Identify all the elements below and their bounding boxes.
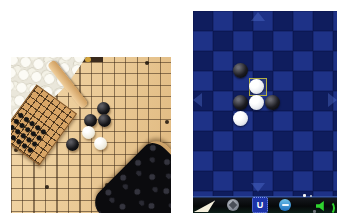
board-cell[interactable]: [273, 51, 293, 71]
board-cell[interactable]: [213, 91, 233, 111]
board-button[interactable]: U: [252, 197, 268, 213]
star-point: [45, 185, 49, 189]
board-cell[interactable]: [193, 71, 213, 91]
white-stone: [249, 79, 264, 94]
board-cell[interactable]: [313, 111, 333, 131]
board-cell[interactable]: [273, 171, 293, 191]
board-cell[interactable]: [313, 171, 333, 191]
board-cell[interactable]: [293, 111, 313, 131]
board-cell[interactable]: [273, 31, 293, 51]
black-go-stone: [98, 114, 111, 127]
gold-clasp: [85, 57, 91, 62]
board-cell[interactable]: [293, 131, 313, 151]
scroll-down-arrow-icon[interactable]: [251, 183, 265, 192]
black-stone: [233, 95, 248, 110]
gomoku-app-screenshot: U: [193, 11, 337, 213]
white-go-stone: [94, 137, 107, 150]
speaker-wave-icon: [324, 201, 335, 213]
board-cell[interactable]: [273, 151, 293, 171]
black-go-stone: [66, 138, 79, 151]
compass-button[interactable]: [227, 199, 239, 211]
star-point: [145, 61, 149, 65]
board-cell[interactable]: [333, 131, 337, 151]
white-stone: [249, 95, 264, 110]
board-cell[interactable]: [213, 11, 233, 31]
board-cell[interactable]: [293, 71, 313, 91]
board-cell[interactable]: [333, 151, 337, 171]
board-cell[interactable]: [233, 131, 253, 151]
board-cell[interactable]: [233, 11, 253, 31]
board-cell[interactable]: [313, 31, 333, 51]
board-cell[interactable]: [193, 51, 213, 71]
board-cell[interactable]: [333, 11, 337, 31]
diamond-icon: [229, 201, 237, 209]
status-dot: [313, 210, 316, 213]
star-point: [165, 120, 169, 124]
board-cell[interactable]: [193, 111, 213, 131]
board-cell[interactable]: [213, 51, 233, 71]
board-cell[interactable]: [313, 11, 333, 31]
board-cell[interactable]: [253, 151, 273, 171]
board-cell[interactable]: [333, 51, 337, 71]
board-cell[interactable]: [273, 11, 293, 31]
scroll-right-arrow-icon[interactable]: [328, 93, 337, 107]
board-cell[interactable]: [333, 71, 337, 91]
scroll-left-arrow-icon[interactable]: [193, 93, 202, 107]
board-cell[interactable]: [193, 171, 213, 191]
gomoku-board[interactable]: [193, 11, 337, 196]
board-cell[interactable]: [293, 51, 313, 71]
board-cell[interactable]: [253, 131, 273, 151]
board-cell[interactable]: [273, 71, 293, 91]
black-stone: [233, 63, 248, 78]
screenshot-canvas: U: [0, 0, 339, 223]
board-cell[interactable]: [313, 51, 333, 71]
board-cell[interactable]: [193, 151, 213, 171]
board-cell[interactable]: [333, 111, 337, 131]
board-cell[interactable]: [273, 111, 293, 131]
board-cell[interactable]: [213, 71, 233, 91]
board-cell[interactable]: [233, 171, 253, 191]
board-cell[interactable]: [193, 11, 213, 31]
board-cell[interactable]: [333, 171, 337, 191]
board-cell[interactable]: [273, 131, 293, 151]
board-cell[interactable]: [313, 131, 333, 151]
status-dot: [303, 194, 306, 197]
status-dot: [310, 195, 312, 197]
board-cell[interactable]: [293, 11, 313, 31]
scroll-up-arrow-icon[interactable]: [251, 12, 265, 21]
board-cell[interactable]: [193, 131, 213, 151]
board-cell[interactable]: [233, 31, 253, 51]
white-stone: [233, 111, 248, 126]
minus-button[interactable]: [279, 199, 291, 211]
board-cell[interactable]: [253, 51, 273, 71]
board-cell[interactable]: [213, 131, 233, 151]
black-stone: [265, 95, 280, 110]
board-cell[interactable]: [193, 31, 213, 51]
board-cell[interactable]: [213, 31, 233, 51]
black-go-stone: [84, 114, 97, 127]
board-cell[interactable]: [313, 151, 333, 171]
board-cell[interactable]: [293, 91, 313, 111]
board-cell[interactable]: [213, 111, 233, 131]
go-board-photo: [11, 57, 171, 213]
white-go-stone: [82, 126, 95, 139]
board-cell[interactable]: [293, 171, 313, 191]
board-cell[interactable]: [233, 151, 253, 171]
board-cell[interactable]: [253, 31, 273, 51]
board-cell[interactable]: [313, 71, 333, 91]
minus-icon: [282, 204, 289, 206]
black-go-stone: [97, 102, 110, 115]
board-cell[interactable]: [213, 171, 233, 191]
board-cell[interactable]: [253, 111, 273, 131]
board-cell[interactable]: [333, 31, 337, 51]
board-cell[interactable]: [213, 151, 233, 171]
mini-board-stones: [11, 111, 47, 155]
board-cell[interactable]: [293, 31, 313, 51]
board-cell[interactable]: [293, 151, 313, 171]
